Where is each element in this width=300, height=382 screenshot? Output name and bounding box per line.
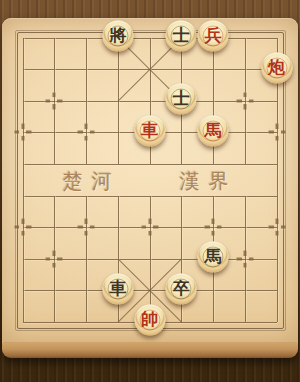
piece-black-general[interactable]: 將 (102, 21, 133, 52)
star-point-marker (236, 250, 253, 267)
grid-line (23, 38, 24, 322)
star-point-marker (78, 219, 95, 236)
star-point-marker (268, 219, 285, 236)
star-point-marker (205, 219, 222, 236)
xiangqi-app-screen: 楚河 漢界 將士兵炮士車馬馬車卒帥 (0, 0, 300, 382)
star-point-marker (46, 92, 63, 109)
grid-line (23, 164, 277, 165)
piece-red-horse[interactable]: 馬 (198, 115, 229, 146)
star-point-marker (46, 250, 63, 267)
grid-line (150, 196, 151, 322)
river-label-left: 楚河 (54, 168, 121, 195)
piece-red-general[interactable]: 帥 (134, 305, 165, 336)
piece-red-cannon[interactable]: 炮 (261, 52, 292, 83)
star-point-marker (141, 219, 158, 236)
piece-glyph: 士 (173, 27, 190, 44)
piece-glyph: 卒 (173, 279, 190, 296)
star-point-marker (14, 124, 31, 141)
piece-red-soldier[interactable]: 兵 (198, 21, 229, 52)
grid-line (86, 196, 87, 322)
grid-line (86, 38, 87, 164)
piece-glyph: 炮 (268, 58, 285, 75)
piece-glyph: 馬 (205, 248, 222, 265)
piece-glyph: 兵 (205, 27, 222, 44)
piece-glyph: 士 (173, 90, 190, 107)
star-point-marker (14, 219, 31, 236)
river-label-right: 漢界 (171, 168, 238, 195)
star-point-marker (268, 124, 285, 141)
piece-glyph: 車 (109, 279, 126, 296)
piece-glyph: 車 (141, 121, 158, 138)
piece-black-advisor-1[interactable]: 士 (166, 21, 197, 52)
star-point-marker (78, 124, 95, 141)
piece-glyph: 帥 (141, 311, 158, 328)
star-point-marker (236, 92, 253, 109)
piece-black-horse[interactable]: 馬 (198, 242, 229, 273)
piece-black-chariot[interactable]: 車 (102, 273, 133, 304)
piece-red-chariot[interactable]: 車 (134, 115, 165, 146)
piece-glyph: 將 (109, 27, 126, 44)
piece-black-advisor-2[interactable]: 士 (166, 84, 197, 115)
piece-black-soldier[interactable]: 卒 (166, 273, 197, 304)
piece-glyph: 馬 (205, 121, 222, 138)
